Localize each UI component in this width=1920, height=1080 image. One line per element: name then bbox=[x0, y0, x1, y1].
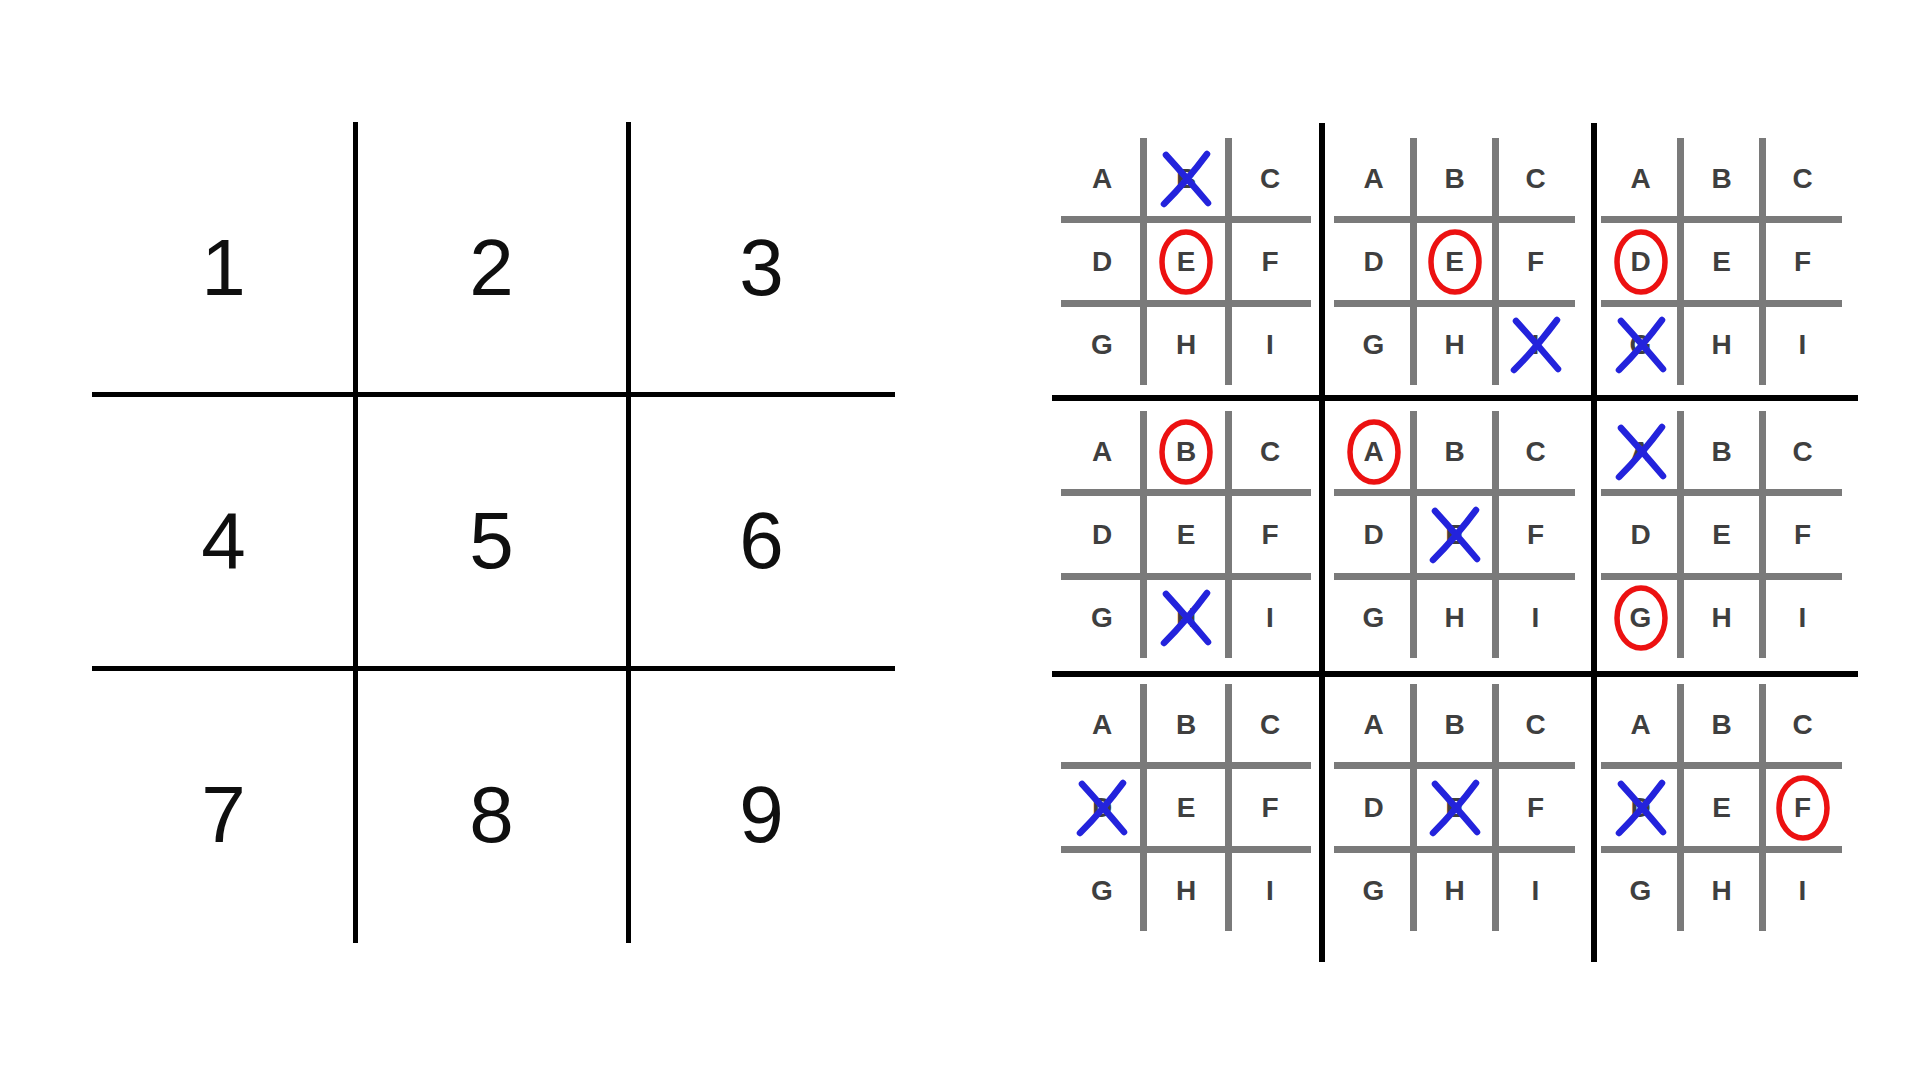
cell-letter: G bbox=[1091, 604, 1113, 632]
board-9-cell-F: F bbox=[1762, 766, 1843, 849]
board-3-cell-I: I bbox=[1762, 303, 1843, 386]
x-mark-icon bbox=[1503, 312, 1569, 378]
cell-letter: A bbox=[1630, 165, 1650, 193]
board-6-cell-A: A bbox=[1600, 410, 1681, 493]
board-6-cell-B: B bbox=[1681, 410, 1762, 493]
o-mark-icon bbox=[1610, 583, 1672, 653]
board-4-cell-B: B bbox=[1144, 410, 1228, 493]
board-4-cell-H: H bbox=[1144, 576, 1228, 659]
board-1: AB CDE FGHI bbox=[1060, 137, 1312, 386]
board-6-cell-C: C bbox=[1762, 410, 1843, 493]
board-6: A BCDEFG HI bbox=[1600, 410, 1843, 659]
cell-letter: C bbox=[1792, 165, 1812, 193]
cell-letter: I bbox=[1266, 604, 1274, 632]
board-2-cell-I: I bbox=[1495, 303, 1576, 386]
board-7-cell-E: E bbox=[1144, 766, 1228, 849]
board-7-cell-D: D bbox=[1060, 766, 1144, 849]
board-2-cell-B: B bbox=[1414, 137, 1495, 220]
x-mark-icon bbox=[1608, 775, 1674, 841]
board-1-cell-C: C bbox=[1228, 137, 1312, 220]
board-7-cell-B: B bbox=[1144, 683, 1228, 766]
cell-letter: F bbox=[1261, 521, 1278, 549]
cell-letter: D bbox=[1092, 521, 1112, 549]
cell-letter: C bbox=[1525, 438, 1545, 466]
board-8-cell-E: E bbox=[1414, 766, 1495, 849]
x-mark-icon bbox=[1608, 419, 1674, 485]
board-1-cell-H: H bbox=[1144, 303, 1228, 386]
board-9-cell-B: B bbox=[1681, 683, 1762, 766]
boards-separator-vline-1 bbox=[1319, 123, 1325, 962]
board-6-cell-F: F bbox=[1762, 493, 1843, 576]
cell-letter: I bbox=[1266, 331, 1274, 359]
cell-letter: D bbox=[1363, 248, 1383, 276]
board-4-cell-F: F bbox=[1228, 493, 1312, 576]
board-7-cell-C: C bbox=[1228, 683, 1312, 766]
board-5-cell-A: A bbox=[1333, 410, 1414, 493]
board-5-cell-D: D bbox=[1333, 493, 1414, 576]
boards-separator-vline-2 bbox=[1591, 123, 1597, 962]
board-1-cell-I: I bbox=[1228, 303, 1312, 386]
board-9-cell-D: D bbox=[1600, 766, 1681, 849]
board-3-cell-F: F bbox=[1762, 220, 1843, 303]
board-4-cell-E: E bbox=[1144, 493, 1228, 576]
board-6-cell-H: H bbox=[1681, 576, 1762, 659]
board-7: ABCD EFGHI bbox=[1060, 683, 1312, 932]
cell-letter: E bbox=[1177, 794, 1196, 822]
board-2-cell-A: A bbox=[1333, 137, 1414, 220]
board-6-cell-E: E bbox=[1681, 493, 1762, 576]
board-5: A BCDE FGHI bbox=[1333, 410, 1576, 659]
cell-letter: H bbox=[1444, 331, 1464, 359]
board-3-cell-G: G bbox=[1600, 303, 1681, 386]
cell-letter: F bbox=[1794, 248, 1811, 276]
board-2: ABCDE FGHI bbox=[1333, 137, 1576, 386]
cell-letter: F bbox=[1527, 521, 1544, 549]
board-9-cell-C: C bbox=[1762, 683, 1843, 766]
cell-letter: A bbox=[1363, 711, 1383, 739]
o-mark-icon bbox=[1610, 227, 1672, 297]
board-8-cell-F: F bbox=[1495, 766, 1576, 849]
cell-letter: I bbox=[1532, 604, 1540, 632]
board-3: ABCD EFG HI bbox=[1600, 137, 1843, 386]
board-7-cell-H: H bbox=[1144, 849, 1228, 932]
cell-letter: B bbox=[1711, 438, 1731, 466]
board-1-cell-E: E bbox=[1144, 220, 1228, 303]
board-6-cell-G: G bbox=[1600, 576, 1681, 659]
sub-boards-area: AB CDE FGHIABCDE FGHI ABCD EFG HIAB CDEF… bbox=[0, 0, 1920, 1080]
board-5-cell-F: F bbox=[1495, 493, 1576, 576]
cell-letter: D bbox=[1363, 794, 1383, 822]
o-mark-icon bbox=[1424, 227, 1486, 297]
board-1-cell-B: B bbox=[1144, 137, 1228, 220]
cell-letter: C bbox=[1260, 165, 1280, 193]
board-1-cell-A: A bbox=[1060, 137, 1144, 220]
board-8-cell-D: D bbox=[1333, 766, 1414, 849]
cell-letter: G bbox=[1363, 604, 1385, 632]
board-7-cell-A: A bbox=[1060, 683, 1144, 766]
cell-letter: C bbox=[1260, 438, 1280, 466]
cell-letter: B bbox=[1444, 711, 1464, 739]
cell-letter: G bbox=[1091, 331, 1113, 359]
board-4-cell-D: D bbox=[1060, 493, 1144, 576]
board-1-cell-D: D bbox=[1060, 220, 1144, 303]
board-9-cell-A: A bbox=[1600, 683, 1681, 766]
cell-letter: A bbox=[1092, 438, 1112, 466]
board-8-cell-H: H bbox=[1414, 849, 1495, 932]
board-7-cell-F: F bbox=[1228, 766, 1312, 849]
boards-separator-hline-1 bbox=[1052, 395, 1858, 401]
nine-board-tictactoe-worksheet: 123456789 AB CDE FGHIABCDE FGHI ABCD EFG… bbox=[0, 0, 1920, 1080]
cell-letter: F bbox=[1261, 794, 1278, 822]
board-5-cell-B: B bbox=[1414, 410, 1495, 493]
board-9-cell-I: I bbox=[1762, 849, 1843, 932]
board-9-cell-H: H bbox=[1681, 849, 1762, 932]
cell-letter: H bbox=[1711, 604, 1731, 632]
cell-letter: B bbox=[1176, 711, 1196, 739]
board-7-cell-G: G bbox=[1060, 849, 1144, 932]
board-3-cell-H: H bbox=[1681, 303, 1762, 386]
x-mark-icon bbox=[1069, 775, 1135, 841]
cell-letter: E bbox=[1712, 248, 1731, 276]
cell-letter: E bbox=[1712, 521, 1731, 549]
cell-letter: A bbox=[1092, 711, 1112, 739]
cell-letter: C bbox=[1525, 165, 1545, 193]
board-8-cell-I: I bbox=[1495, 849, 1576, 932]
cell-letter: D bbox=[1092, 248, 1112, 276]
cell-letter: B bbox=[1711, 165, 1731, 193]
cell-letter: D bbox=[1363, 521, 1383, 549]
board-9: ABCD EF GHI bbox=[1600, 683, 1843, 932]
board-3-cell-B: B bbox=[1681, 137, 1762, 220]
cell-letter: G bbox=[1630, 877, 1652, 905]
cell-letter: H bbox=[1176, 877, 1196, 905]
cell-letter: A bbox=[1363, 165, 1383, 193]
board-4-cell-G: G bbox=[1060, 576, 1144, 659]
board-4-cell-I: I bbox=[1228, 576, 1312, 659]
cell-letter: H bbox=[1711, 331, 1731, 359]
board-5-cell-H: H bbox=[1414, 576, 1495, 659]
board-2-cell-D: D bbox=[1333, 220, 1414, 303]
o-mark-icon bbox=[1155, 227, 1217, 297]
board-5-cell-C: C bbox=[1495, 410, 1576, 493]
o-mark-icon bbox=[1772, 773, 1834, 843]
board-5-cell-I: I bbox=[1495, 576, 1576, 659]
cell-letter: B bbox=[1444, 165, 1464, 193]
cell-letter: E bbox=[1712, 794, 1731, 822]
x-mark-icon bbox=[1422, 775, 1488, 841]
cell-letter: F bbox=[1527, 794, 1544, 822]
cell-letter: H bbox=[1711, 877, 1731, 905]
board-3-cell-A: A bbox=[1600, 137, 1681, 220]
cell-letter: C bbox=[1792, 438, 1812, 466]
board-2-cell-E: E bbox=[1414, 220, 1495, 303]
board-8-cell-G: G bbox=[1333, 849, 1414, 932]
cell-letter: I bbox=[1799, 604, 1807, 632]
cell-letter: H bbox=[1444, 604, 1464, 632]
board-3-cell-C: C bbox=[1762, 137, 1843, 220]
cell-letter: C bbox=[1792, 711, 1812, 739]
board-1-cell-F: F bbox=[1228, 220, 1312, 303]
board-8: ABCDE FGHI bbox=[1333, 683, 1576, 932]
board-6-cell-D: D bbox=[1600, 493, 1681, 576]
x-mark-icon bbox=[1153, 585, 1219, 651]
cell-letter: A bbox=[1092, 165, 1112, 193]
board-5-cell-E: E bbox=[1414, 493, 1495, 576]
board-2-cell-C: C bbox=[1495, 137, 1576, 220]
cell-letter: F bbox=[1527, 248, 1544, 276]
board-3-cell-D: D bbox=[1600, 220, 1681, 303]
cell-letter: B bbox=[1711, 711, 1731, 739]
o-mark-icon bbox=[1343, 417, 1405, 487]
cell-letter: D bbox=[1630, 521, 1650, 549]
board-4: AB CDEFGH I bbox=[1060, 410, 1312, 659]
cell-letter: G bbox=[1363, 331, 1385, 359]
cell-letter: G bbox=[1363, 877, 1385, 905]
cell-letter: I bbox=[1532, 877, 1540, 905]
board-8-cell-B: B bbox=[1414, 683, 1495, 766]
board-4-cell-A: A bbox=[1060, 410, 1144, 493]
cell-letter: H bbox=[1444, 877, 1464, 905]
board-2-cell-G: G bbox=[1333, 303, 1414, 386]
cell-letter: F bbox=[1261, 248, 1278, 276]
o-mark-icon bbox=[1155, 417, 1217, 487]
board-1-cell-G: G bbox=[1060, 303, 1144, 386]
x-mark-icon bbox=[1608, 312, 1674, 378]
cell-letter: F bbox=[1794, 521, 1811, 549]
cell-letter: C bbox=[1260, 711, 1280, 739]
board-4-cell-C: C bbox=[1228, 410, 1312, 493]
x-mark-icon bbox=[1153, 146, 1219, 212]
board-6-cell-I: I bbox=[1762, 576, 1843, 659]
cell-letter: C bbox=[1525, 711, 1545, 739]
board-2-cell-H: H bbox=[1414, 303, 1495, 386]
cell-letter: I bbox=[1799, 331, 1807, 359]
board-2-cell-F: F bbox=[1495, 220, 1576, 303]
cell-letter: A bbox=[1630, 711, 1650, 739]
board-7-cell-I: I bbox=[1228, 849, 1312, 932]
boards-separator-hline-2 bbox=[1052, 671, 1858, 677]
cell-letter: I bbox=[1266, 877, 1274, 905]
cell-letter: H bbox=[1176, 331, 1196, 359]
cell-letter: B bbox=[1444, 438, 1464, 466]
board-8-cell-C: C bbox=[1495, 683, 1576, 766]
board-5-cell-G: G bbox=[1333, 576, 1414, 659]
x-mark-icon bbox=[1422, 502, 1488, 568]
board-9-cell-E: E bbox=[1681, 766, 1762, 849]
cell-letter: E bbox=[1177, 521, 1196, 549]
cell-letter: G bbox=[1091, 877, 1113, 905]
board-8-cell-A: A bbox=[1333, 683, 1414, 766]
board-9-cell-G: G bbox=[1600, 849, 1681, 932]
board-3-cell-E: E bbox=[1681, 220, 1762, 303]
cell-letter: I bbox=[1799, 877, 1807, 905]
